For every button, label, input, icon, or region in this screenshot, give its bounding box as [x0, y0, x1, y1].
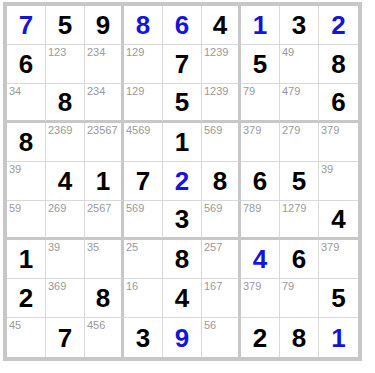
- sudoku-cell-r7c3[interactable]: 35: [85, 240, 124, 279]
- given-digit: 7: [175, 51, 189, 77]
- given-digit: 1: [96, 168, 110, 194]
- pencil-marks: 1279: [282, 202, 306, 214]
- sudoku-board: 7598641326123234129712395498348234129512…: [3, 2, 362, 361]
- sudoku-cell-r1c1[interactable]: 7: [7, 6, 46, 45]
- pencil-marks: 2369: [48, 124, 72, 136]
- sudoku-cell-r8c9[interactable]: 5: [319, 279, 358, 318]
- sudoku-cell-r2c5[interactable]: 7: [163, 45, 202, 84]
- pencil-marks: 279: [282, 124, 300, 136]
- given-digit: 8: [292, 325, 306, 351]
- sudoku-cell-r7c7[interactable]: 4: [241, 240, 280, 279]
- given-digit: 8: [96, 285, 110, 311]
- sudoku-cell-r4c6[interactable]: 569: [202, 123, 241, 162]
- pencil-marks: 1239: [204, 85, 228, 97]
- pencil-marks: 25: [126, 241, 138, 253]
- sudoku-cell-r2c4[interactable]: 129: [124, 45, 163, 84]
- pencil-marks: 39: [48, 241, 60, 253]
- pencil-marks: 35: [87, 241, 99, 253]
- pencil-marks: 79: [282, 280, 294, 292]
- sudoku-cell-r4c5[interactable]: 1: [163, 123, 202, 162]
- sudoku-cell-r5c2[interactable]: 4: [46, 162, 85, 201]
- pencil-marks: 16: [126, 280, 138, 292]
- sudoku-cell-r3c9[interactable]: 6: [319, 84, 358, 123]
- given-digit: 9: [96, 12, 110, 38]
- pencil-marks: 789: [243, 202, 261, 214]
- sudoku-cell-r1c7[interactable]: 1: [241, 6, 280, 45]
- sudoku-cell-r8c3[interactable]: 8: [85, 279, 124, 318]
- given-digit: 1: [175, 129, 189, 155]
- pencil-marks: 269: [48, 202, 66, 214]
- sudoku-cell-r7c2[interactable]: 39: [46, 240, 85, 279]
- given-digit: 4: [331, 206, 345, 232]
- pencil-marks: 569: [204, 124, 222, 136]
- pencil-marks: 167: [204, 280, 222, 292]
- sudoku-cell-r7c4[interactable]: 25: [124, 240, 163, 279]
- sudoku-cell-r5c7[interactable]: 6: [241, 162, 280, 201]
- sudoku-cell-r7c9[interactable]: 379: [319, 240, 358, 279]
- pencil-marks: 79: [243, 85, 255, 97]
- sudoku-cell-r4c2[interactable]: 2369: [46, 123, 85, 162]
- sudoku-cell-r2c9[interactable]: 8: [319, 45, 358, 84]
- sudoku-cell-r6c9[interactable]: 4: [319, 201, 358, 240]
- pencil-marks: 129: [126, 46, 144, 58]
- sudoku-cell-r8c5[interactable]: 4: [163, 279, 202, 318]
- sudoku-cell-r9c5[interactable]: 9: [163, 318, 202, 357]
- given-digit: 1: [19, 246, 33, 272]
- sudoku-cell-r7c8[interactable]: 6: [280, 240, 319, 279]
- sudoku-cell-r2c8[interactable]: 49: [280, 45, 319, 84]
- given-digit: 8: [213, 168, 227, 194]
- pencil-marks: 56: [204, 319, 216, 331]
- entered-digit: 7: [19, 12, 33, 38]
- sudoku-cell-r5c3[interactable]: 1: [85, 162, 124, 201]
- sudoku-cell-r1c3[interactable]: 9: [85, 6, 124, 45]
- sudoku-cell-r8c6[interactable]: 167: [202, 279, 241, 318]
- pencil-marks: 1239: [204, 46, 228, 58]
- given-digit: 8: [175, 246, 189, 272]
- sudoku-cell-r1c5[interactable]: 6: [163, 6, 202, 45]
- given-digit: 5: [58, 12, 72, 38]
- sudoku-cell-r6c8[interactable]: 1279: [280, 201, 319, 240]
- sudoku-cell-r2c3[interactable]: 234: [85, 45, 124, 84]
- pencil-marks: 4569: [126, 124, 150, 136]
- entered-digit: 6: [175, 12, 189, 38]
- pencil-marks: 49: [282, 46, 294, 58]
- sudoku-cell-r6c2[interactable]: 269: [46, 201, 85, 240]
- given-digit: 4: [175, 285, 189, 311]
- given-digit: 5: [331, 285, 345, 311]
- sudoku-cell-r5c4[interactable]: 7: [124, 162, 163, 201]
- given-digit: 4: [213, 12, 227, 38]
- sudoku-cell-r7c1[interactable]: 1: [7, 240, 46, 279]
- given-digit: 8: [58, 89, 72, 115]
- pencil-marks: 379: [243, 124, 261, 136]
- entered-digit: 2: [331, 12, 345, 38]
- given-digit: 3: [175, 206, 189, 232]
- sudoku-cell-r1c8[interactable]: 3: [280, 6, 319, 45]
- given-digit: 6: [292, 246, 306, 272]
- sudoku-cell-r8c1[interactable]: 2: [7, 279, 46, 318]
- given-digit: 5: [253, 51, 267, 77]
- sudoku-page: 7598641326123234129712395498348234129512…: [0, 0, 375, 361]
- pencil-marks: 257: [204, 241, 222, 253]
- sudoku-cell-r5c5[interactable]: 2: [163, 162, 202, 201]
- entered-digit: 8: [136, 12, 150, 38]
- sudoku-cell-r1c6[interactable]: 4: [202, 6, 241, 45]
- pencil-marks: 569: [126, 202, 144, 214]
- sudoku-cell-r2c6[interactable]: 1239: [202, 45, 241, 84]
- pencil-marks: 129: [126, 85, 144, 97]
- given-digit: 3: [136, 325, 150, 351]
- sudoku-cell-r9c6[interactable]: 56: [202, 318, 241, 357]
- pencil-marks: 45: [9, 319, 21, 331]
- sudoku-cell-r8c4[interactable]: 16: [124, 279, 163, 318]
- sudoku-cell-r3c7[interactable]: 79: [241, 84, 280, 123]
- sudoku-cell-r9c1[interactable]: 45: [7, 318, 46, 357]
- given-digit: 6: [331, 89, 345, 115]
- sudoku-cell-r5c1[interactable]: 39: [7, 162, 46, 201]
- sudoku-cell-r2c7[interactable]: 5: [241, 45, 280, 84]
- given-digit: 7: [58, 325, 72, 351]
- pencil-marks: 379: [321, 241, 339, 253]
- pencil-marks: 123: [48, 46, 66, 58]
- sudoku-cell-r3c5[interactable]: 5: [163, 84, 202, 123]
- sudoku-cell-r3c3[interactable]: 234: [85, 84, 124, 123]
- pencil-marks: 39: [321, 163, 333, 175]
- pencil-marks: 379: [321, 124, 339, 136]
- given-digit: 8: [331, 51, 345, 77]
- entered-digit: 2: [175, 168, 189, 194]
- sudoku-cell-r1c2[interactable]: 5: [46, 6, 85, 45]
- entered-digit: 1: [253, 12, 267, 38]
- sudoku-cell-r4c8[interactable]: 279: [280, 123, 319, 162]
- given-digit: 6: [19, 51, 33, 77]
- sudoku-cell-r9c8[interactable]: 8: [280, 318, 319, 357]
- sudoku-cell-r6c3[interactable]: 2567: [85, 201, 124, 240]
- sudoku-cell-r9c2[interactable]: 7: [46, 318, 85, 357]
- pencil-marks: 479: [282, 85, 300, 97]
- sudoku-cell-r8c8[interactable]: 79: [280, 279, 319, 318]
- pencil-marks: 34: [9, 85, 21, 97]
- pencil-marks: 234: [87, 85, 105, 97]
- sudoku-cell-r4c4[interactable]: 4569: [124, 123, 163, 162]
- sudoku-cell-r3c4[interactable]: 129: [124, 84, 163, 123]
- sudoku-cell-r4c9[interactable]: 379: [319, 123, 358, 162]
- pencil-marks: 59: [9, 202, 21, 214]
- pencil-marks: 39: [9, 163, 21, 175]
- sudoku-cell-r5c8[interactable]: 5: [280, 162, 319, 201]
- sudoku-cell-r7c5[interactable]: 8: [163, 240, 202, 279]
- sudoku-cell-r1c9[interactable]: 2: [319, 6, 358, 45]
- sudoku-cell-r1c4[interactable]: 8: [124, 6, 163, 45]
- sudoku-cell-r8c2[interactable]: 369: [46, 279, 85, 318]
- sudoku-cell-r6c5[interactable]: 3: [163, 201, 202, 240]
- given-digit: 8: [19, 129, 33, 155]
- sudoku-cell-r6c7[interactable]: 789: [241, 201, 280, 240]
- given-digit: 3: [292, 12, 306, 38]
- pencil-marks: 456: [87, 319, 105, 331]
- sudoku-cell-r6c4[interactable]: 569: [124, 201, 163, 240]
- given-digit: 4: [58, 168, 72, 194]
- sudoku-cell-r2c2[interactable]: 123: [46, 45, 85, 84]
- sudoku-cell-r4c1[interactable]: 8: [7, 123, 46, 162]
- sudoku-cell-r8c7[interactable]: 379: [241, 279, 280, 318]
- pencil-marks: 369: [48, 280, 66, 292]
- pencil-marks: 2567: [87, 202, 111, 214]
- pencil-marks: 234: [87, 46, 105, 58]
- sudoku-cell-r3c1[interactable]: 34: [7, 84, 46, 123]
- entered-digit: 1: [331, 325, 345, 351]
- given-digit: 7: [136, 168, 150, 194]
- pencil-marks: 379: [243, 280, 261, 292]
- sudoku-cell-r5c9[interactable]: 39: [319, 162, 358, 201]
- sudoku-cell-r6c1[interactable]: 59: [7, 201, 46, 240]
- sudoku-cell-r9c4[interactable]: 3: [124, 318, 163, 357]
- sudoku-cell-r9c9[interactable]: 1: [319, 318, 358, 357]
- sudoku-cell-r5c6[interactable]: 8: [202, 162, 241, 201]
- sudoku-cell-r2c1[interactable]: 6: [7, 45, 46, 84]
- given-digit: 2: [253, 325, 267, 351]
- sudoku-cell-r3c6[interactable]: 1239: [202, 84, 241, 123]
- pencil-marks: 23567: [87, 124, 118, 136]
- sudoku-cell-r3c8[interactable]: 479: [280, 84, 319, 123]
- entered-digit: 9: [175, 325, 189, 351]
- sudoku-cell-r6c6[interactable]: 569: [202, 201, 241, 240]
- entered-digit: 4: [253, 246, 267, 272]
- sudoku-cell-r9c3[interactable]: 456: [85, 318, 124, 357]
- sudoku-cell-r9c7[interactable]: 2: [241, 318, 280, 357]
- sudoku-cell-r7c6[interactable]: 257: [202, 240, 241, 279]
- given-digit: 5: [292, 168, 306, 194]
- sudoku-cell-r4c7[interactable]: 379: [241, 123, 280, 162]
- given-digit: 6: [253, 168, 267, 194]
- sudoku-cell-r4c3[interactable]: 23567: [85, 123, 124, 162]
- pencil-marks: 569: [204, 202, 222, 214]
- given-digit: 2: [19, 285, 33, 311]
- sudoku-cell-r3c2[interactable]: 8: [46, 84, 85, 123]
- given-digit: 5: [175, 89, 189, 115]
